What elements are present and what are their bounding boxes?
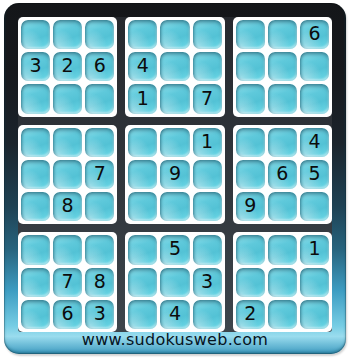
digit: 6: [94, 56, 106, 75]
cell-r8c6[interactable]: 3: [193, 268, 222, 297]
cell-r1c5[interactable]: [160, 20, 189, 49]
cell-r1c1[interactable]: [21, 20, 50, 49]
cell-r1c8[interactable]: [268, 20, 297, 49]
cell-r7c6[interactable]: [193, 235, 222, 264]
digit: 6: [62, 304, 74, 323]
cell-r6c7[interactable]: 9: [236, 192, 265, 221]
digit: 4: [169, 304, 181, 323]
digit: 1: [308, 239, 320, 258]
cell-r5c8[interactable]: 6: [268, 160, 297, 189]
cell-r1c9[interactable]: 6: [300, 20, 329, 49]
cell-r5c6[interactable]: [193, 160, 222, 189]
sudoku-widget: 326417678194659786353412 www.sudokusweb.…: [0, 0, 350, 360]
cell-r2c5[interactable]: [160, 52, 189, 81]
digit: 3: [201, 272, 213, 291]
cell-r2c1[interactable]: 3: [21, 52, 50, 81]
cell-r6c4[interactable]: [128, 192, 157, 221]
cell-r2c4[interactable]: 4: [128, 52, 157, 81]
cell-r7c9[interactable]: 1: [300, 235, 329, 264]
cell-r3c8[interactable]: [268, 84, 297, 113]
cell-r3c3[interactable]: [85, 84, 114, 113]
cell-r9c3[interactable]: 3: [85, 300, 114, 329]
cell-r9c9[interactable]: [300, 300, 329, 329]
digit: 3: [94, 304, 106, 323]
cell-r2c2[interactable]: 2: [53, 52, 82, 81]
cell-r3c1[interactable]: [21, 84, 50, 113]
digit: 4: [308, 132, 320, 151]
digit: 5: [169, 239, 181, 258]
box-4: 78: [18, 125, 117, 225]
digit: 1: [201, 132, 213, 151]
cell-r2c8[interactable]: [268, 52, 297, 81]
site-url[interactable]: www.sudokusweb.com: [4, 330, 346, 349]
digit: 1: [137, 89, 149, 108]
cell-r2c9[interactable]: [300, 52, 329, 81]
cell-r6c1[interactable]: [21, 192, 50, 221]
cell-r3c9[interactable]: [300, 84, 329, 113]
cell-r6c6[interactable]: [193, 192, 222, 221]
cell-r8c1[interactable]: [21, 268, 50, 297]
box-1: 326: [18, 17, 117, 117]
box-7: 7863: [18, 232, 117, 332]
cell-r5c5[interactable]: 9: [160, 160, 189, 189]
cell-r7c4[interactable]: [128, 235, 157, 264]
cell-r2c7[interactable]: [236, 52, 265, 81]
cell-r7c7[interactable]: [236, 235, 265, 264]
cell-r5c4[interactable]: [128, 160, 157, 189]
cell-r7c1[interactable]: [21, 235, 50, 264]
cell-r1c6[interactable]: [193, 20, 222, 49]
digit: 6: [276, 164, 288, 183]
cell-r8c5[interactable]: [160, 268, 189, 297]
cell-r9c7[interactable]: 2: [236, 300, 265, 329]
cell-r5c9[interactable]: 5: [300, 160, 329, 189]
cell-r9c8[interactable]: [268, 300, 297, 329]
cell-r3c2[interactable]: [53, 84, 82, 113]
cell-r4c1[interactable]: [21, 128, 50, 157]
cell-r7c2[interactable]: [53, 235, 82, 264]
cell-r1c2[interactable]: [53, 20, 82, 49]
cell-r8c4[interactable]: [128, 268, 157, 297]
cell-r1c4[interactable]: [128, 20, 157, 49]
cell-r3c6[interactable]: 7: [193, 84, 222, 113]
cell-r9c1[interactable]: [21, 300, 50, 329]
digit: 9: [244, 196, 256, 215]
cell-r3c7[interactable]: [236, 84, 265, 113]
cell-r4c5[interactable]: [160, 128, 189, 157]
cell-r5c2[interactable]: [53, 160, 82, 189]
cell-r4c8[interactable]: [268, 128, 297, 157]
cell-r6c5[interactable]: [160, 192, 189, 221]
box-8: 534: [125, 232, 224, 332]
cell-r7c8[interactable]: [268, 235, 297, 264]
cell-r4c9[interactable]: 4: [300, 128, 329, 157]
cell-r4c3[interactable]: [85, 128, 114, 157]
box-3: 6: [233, 17, 332, 117]
digit: 7: [94, 164, 106, 183]
cell-r6c2[interactable]: 8: [53, 192, 82, 221]
board-frame: 326417678194659786353412 www.sudokusweb.…: [4, 3, 346, 354]
digit: 8: [62, 196, 74, 215]
cell-r5c7[interactable]: [236, 160, 265, 189]
cell-r6c8[interactable]: [268, 192, 297, 221]
cell-r2c3[interactable]: 6: [85, 52, 114, 81]
cell-r4c2[interactable]: [53, 128, 82, 157]
cell-r9c4[interactable]: [128, 300, 157, 329]
cell-r9c5[interactable]: 4: [160, 300, 189, 329]
digit: 5: [308, 164, 320, 183]
digit: 6: [308, 24, 320, 43]
digit: 9: [169, 164, 181, 183]
cell-r4c6[interactable]: 1: [193, 128, 222, 157]
digit: 7: [62, 272, 74, 291]
board: 326417678194659786353412: [18, 17, 332, 332]
cell-r3c4[interactable]: 1: [128, 84, 157, 113]
box-9: 12: [233, 232, 332, 332]
cell-r8c8[interactable]: [268, 268, 297, 297]
cell-r9c6[interactable]: [193, 300, 222, 329]
digit: 4: [137, 56, 149, 75]
cell-r7c5[interactable]: 5: [160, 235, 189, 264]
cell-r5c3[interactable]: 7: [85, 160, 114, 189]
cell-r8c3[interactable]: 8: [85, 268, 114, 297]
cell-r7c3[interactable]: [85, 235, 114, 264]
cell-r1c3[interactable]: [85, 20, 114, 49]
cell-r8c9[interactable]: [300, 268, 329, 297]
digit: 8: [94, 272, 106, 291]
digit: 2: [244, 304, 256, 323]
cell-r3c5[interactable]: [160, 84, 189, 113]
box-5: 19: [125, 125, 224, 225]
cell-r6c3[interactable]: [85, 192, 114, 221]
cell-r8c2[interactable]: 7: [53, 268, 82, 297]
box-6: 4659: [233, 125, 332, 225]
cell-r4c7[interactable]: [236, 128, 265, 157]
cell-r2c6[interactable]: [193, 52, 222, 81]
cell-r6c9[interactable]: [300, 192, 329, 221]
digit: 3: [30, 56, 42, 75]
cell-r8c7[interactable]: [236, 268, 265, 297]
digit: 7: [201, 89, 213, 108]
cell-r9c2[interactable]: 6: [53, 300, 82, 329]
box-2: 417: [125, 17, 224, 117]
cell-r4c4[interactable]: [128, 128, 157, 157]
digit: 2: [62, 56, 74, 75]
cell-r5c1[interactable]: [21, 160, 50, 189]
cell-r1c7[interactable]: [236, 20, 265, 49]
